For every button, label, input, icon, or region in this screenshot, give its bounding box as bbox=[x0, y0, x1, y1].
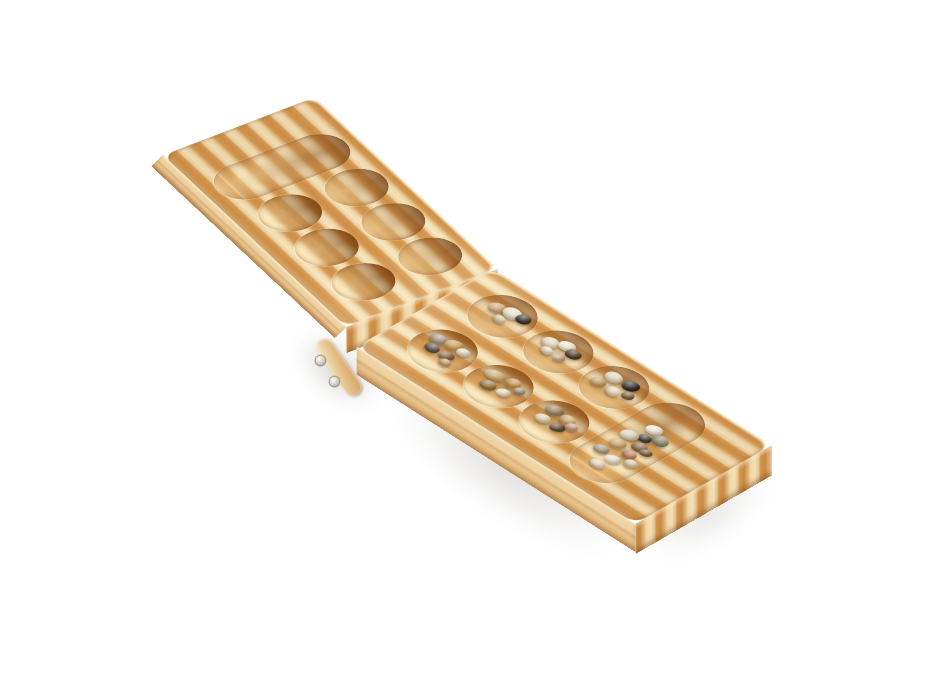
mancala-board-photo: Folding bamboo travel mancala (Kalah) bo… bbox=[0, 0, 928, 686]
pebble-stone bbox=[637, 448, 655, 459]
hinge-pin-icon bbox=[330, 377, 339, 386]
pebble-stone bbox=[562, 421, 581, 433]
hinge-pin-icon bbox=[316, 356, 325, 365]
pebble-stone bbox=[621, 458, 641, 470]
